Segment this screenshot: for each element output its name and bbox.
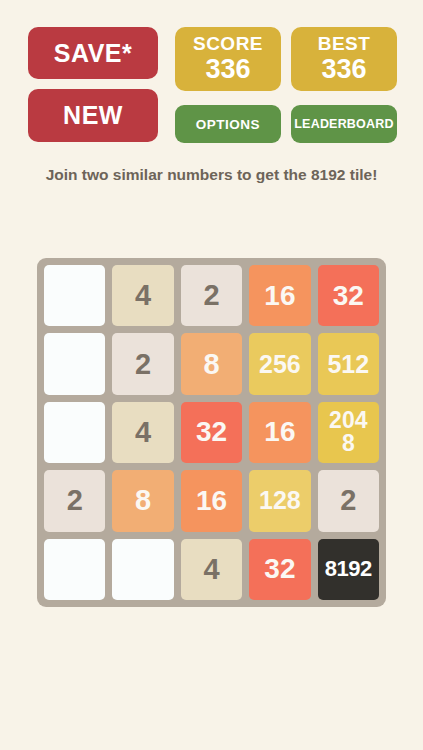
tile-256: 256 (249, 333, 310, 394)
score-label: SCORE (193, 34, 263, 55)
tile-value: 4 (135, 416, 151, 449)
tile-2: 2 (181, 265, 242, 326)
tile-value: 8 (135, 484, 151, 517)
empty-cell (112, 539, 173, 600)
tile-128: 128 (249, 470, 310, 531)
tile-2048: 2048 (318, 402, 379, 463)
empty-cell (44, 402, 105, 463)
tile-value: 16 (196, 485, 227, 517)
tile-value: 4 (203, 553, 219, 586)
tile-2: 2 (44, 470, 105, 531)
tile-value: 32 (196, 416, 227, 448)
new-game-button[interactable]: NEW (28, 89, 158, 142)
tile-value: 2 (67, 484, 83, 517)
tile-2: 2 (112, 333, 173, 394)
tile-value: 128 (259, 486, 301, 515)
best-label: BEST (318, 34, 371, 55)
tile-2: 2 (318, 470, 379, 531)
score-box: SCORE 336 (175, 27, 281, 91)
options-button[interactable]: OPTIONS (175, 105, 281, 143)
tile-8192: 8192 (318, 539, 379, 600)
tile-value: 8192 (325, 556, 372, 582)
tile-value: 2048 (328, 409, 370, 456)
score-value: 336 (205, 55, 250, 84)
save-button[interactable]: SAVE* (28, 27, 158, 79)
tile-value: 2 (203, 279, 219, 312)
tile-4: 4 (112, 265, 173, 326)
tile-4: 4 (112, 402, 173, 463)
tile-value: 2 (340, 484, 356, 517)
tile-value: 32 (333, 280, 364, 312)
board[interactable]: 42163228256512432162048281612824328192 (37, 258, 386, 607)
empty-cell (44, 265, 105, 326)
tile-4: 4 (181, 539, 242, 600)
tile-16: 16 (249, 402, 310, 463)
tile-16: 16 (249, 265, 310, 326)
tile-32: 32 (181, 402, 242, 463)
tile-value: 4 (135, 279, 151, 312)
tile-value: 512 (327, 350, 369, 379)
tile-512: 512 (318, 333, 379, 394)
tile-16: 16 (181, 470, 242, 531)
instruction-text: Join two similar numbers to get the 8192… (0, 166, 423, 184)
tile-8: 8 (112, 470, 173, 531)
app-screen: SAVE* NEW SCORE 336 BEST 336 OPTIONS LEA… (0, 0, 423, 750)
tile-value: 16 (264, 416, 295, 448)
best-score-box: BEST 336 (291, 27, 397, 91)
leaderboard-button[interactable]: LEADERBOARD (291, 105, 397, 143)
tile-value: 8 (203, 348, 219, 381)
tile-value: 16 (264, 280, 295, 312)
tile-32: 32 (249, 539, 310, 600)
tile-32: 32 (318, 265, 379, 326)
tile-8: 8 (181, 333, 242, 394)
tile-value: 2 (135, 348, 151, 381)
empty-cell (44, 333, 105, 394)
empty-cell (44, 539, 105, 600)
tile-value: 256 (259, 350, 301, 379)
best-value: 336 (321, 55, 366, 84)
tile-value: 32 (264, 553, 295, 585)
